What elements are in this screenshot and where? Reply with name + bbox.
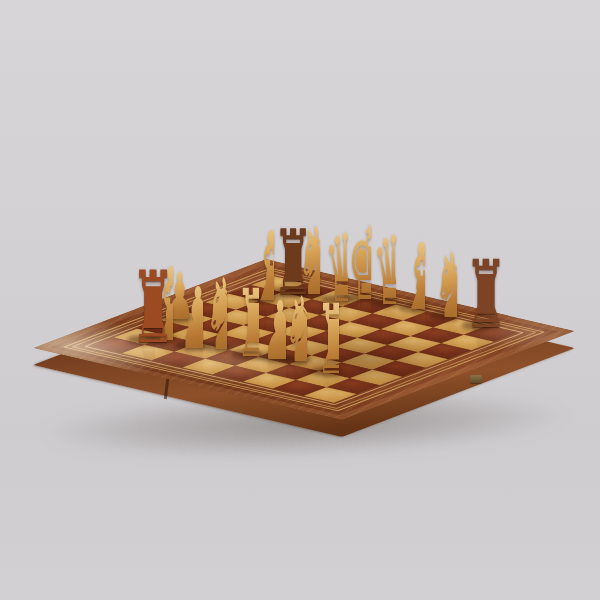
rook-glyph: ♜ <box>131 258 155 357</box>
rook-glyph: ♜ <box>315 292 339 388</box>
knight-glyph: ♞ <box>203 265 227 364</box>
piece-light-rook-e2[interactable]: ♜♜ <box>235 277 259 371</box>
rook-glyph: ♜ <box>465 248 489 342</box>
bishop-glyph: ♝ <box>401 232 425 324</box>
piece-light-knight-g6[interactable]: ♞♞ <box>433 241 457 331</box>
piece-light-knight-d2[interactable]: ♞♞ <box>203 265 227 364</box>
piece-light-pawn-c2[interactable]: ♟♟ <box>179 276 203 361</box>
queen-glyph: ♛ <box>372 224 396 319</box>
piece-light-queen-g7[interactable]: ♛♛ <box>372 224 396 319</box>
piece-dark-rook-a1[interactable]: ♜♜ <box>131 258 155 357</box>
piece-light-knight-g2[interactable]: ♞♞ <box>283 285 307 375</box>
knight-glyph: ♞ <box>283 285 307 375</box>
piece-light-bishop-f6[interactable]: ♝♝ <box>401 232 425 324</box>
rook-glyph: ♜ <box>235 277 259 371</box>
scene: ♜♜♝♝♟♟♟♟♞♞♜♜♟♟♞♞♜♜♝♝♜♜♞♞♛♛♚♚♛♛♝♝♞♞♜♜ <box>0 0 600 600</box>
pieces-layer: ♜♜♝♝♟♟♟♟♞♞♜♜♟♟♞♞♜♜♝♝♜♜♞♞♛♛♚♚♛♛♝♝♞♞♜♜ <box>0 0 600 600</box>
piece-light-rook-g1[interactable]: ♜♜ <box>315 292 339 388</box>
piece-dark-rook-h6[interactable]: ♜♜ <box>465 248 489 342</box>
pawn-glyph: ♟ <box>179 276 203 361</box>
knight-glyph: ♞ <box>433 241 457 331</box>
